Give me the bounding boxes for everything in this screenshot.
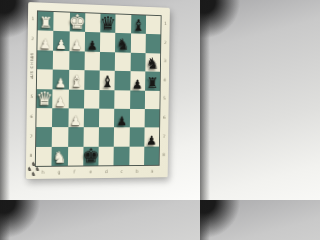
square: [84, 70, 100, 89]
square: ♜: [38, 11, 54, 31]
square: [84, 89, 100, 108]
black-rook: ♜: [146, 76, 158, 91]
square: [100, 33, 116, 52]
rank-label: 4: [31, 76, 34, 81]
rank-label: 2: [31, 37, 34, 42]
square: ♝: [131, 15, 146, 34]
rank-label: 8: [30, 154, 33, 159]
square: [99, 90, 115, 109]
square: ♞: [145, 53, 160, 72]
knight-emblem-icon: ♞ ♞ ♞ ♞: [27, 161, 41, 177]
knight-glyph: ♞: [31, 171, 36, 177]
square: ♝: [99, 71, 115, 90]
rank-label: 3: [31, 56, 34, 61]
square: ♟: [130, 71, 145, 90]
black-pawn: ♟: [146, 134, 157, 147]
square: ♟: [144, 128, 159, 147]
rank-label: 6: [163, 116, 166, 120]
square: [68, 89, 84, 108]
rank-label: 5: [30, 95, 33, 100]
file-label: b: [136, 170, 139, 174]
square: [130, 90, 145, 109]
white-rook: ♜: [39, 16, 52, 31]
square: [129, 146, 144, 165]
file-label: f: [74, 171, 76, 175]
square: [114, 90, 129, 109]
square: [115, 14, 130, 33]
square: ♟: [69, 32, 85, 52]
square: [37, 50, 53, 70]
square: [114, 128, 129, 147]
square: ♟: [68, 108, 84, 127]
square: [98, 146, 114, 165]
file-label: e: [89, 170, 92, 174]
file-label: d: [105, 170, 108, 174]
white-pawn: ♟: [40, 37, 52, 50]
file-labels-bottom: [28, 2, 170, 8]
square: [129, 128, 144, 147]
white-king: ♚: [68, 12, 85, 32]
white-pawn: ♟: [70, 115, 81, 128]
black-pawn: ♟: [116, 115, 127, 128]
square: ♟: [85, 32, 101, 51]
square: [69, 51, 85, 70]
square: [83, 127, 99, 146]
rank-label: 7: [163, 135, 166, 139]
black-queen: ♛: [100, 14, 116, 33]
white-pawn: ♟: [55, 76, 66, 89]
square: [37, 69, 53, 89]
white-queen: ♛: [36, 89, 53, 108]
square: [129, 109, 144, 128]
black-knight: ♞: [116, 37, 130, 53]
chess-board: ♜♚♛♝♟♟♟♟♞♞♟♝♝♟♜♛♟♟♟♟♞♚ US CHESS ♞ ♞ ♞ ♞ …: [26, 2, 170, 179]
square: [84, 108, 100, 127]
white-pawn: ♟: [56, 38, 67, 51]
rank-label: 1: [164, 22, 167, 26]
square: [115, 52, 130, 71]
black-bishop: ♝: [132, 18, 145, 34]
square: ♟: [53, 70, 69, 89]
file-label: a: [151, 170, 154, 174]
rank-labels-right: [28, 2, 170, 8]
square: [146, 16, 161, 35]
file-label: g: [58, 171, 61, 175]
square: [52, 127, 68, 146]
square: [130, 52, 145, 71]
black-pawn: ♟: [132, 77, 143, 90]
square: [145, 34, 160, 53]
black-king: ♚: [82, 146, 99, 166]
square: ♚: [83, 146, 99, 165]
square: [145, 90, 160, 109]
square: [115, 71, 130, 90]
white-pawn: ♟: [55, 95, 66, 108]
square: ♟: [114, 109, 129, 128]
square: [144, 109, 159, 128]
square: [100, 52, 116, 71]
square: ♞: [115, 33, 130, 52]
square: [68, 127, 84, 146]
rank-label: 2: [164, 41, 167, 45]
square: [53, 50, 69, 70]
square: [67, 146, 83, 165]
square: [84, 51, 100, 70]
square: ♛: [100, 14, 116, 33]
square: [144, 146, 159, 165]
square: [36, 108, 52, 127]
file-label: h: [42, 171, 45, 176]
black-bishop: ♝: [100, 74, 114, 90]
rank-label: 3: [164, 60, 167, 64]
black-knight: ♞: [146, 56, 159, 72]
white-bishop: ♝: [69, 73, 83, 89]
square: ♟: [53, 31, 69, 51]
square: ♚: [69, 13, 85, 33]
playing-grid: ♜♚♛♝♟♟♟♟♞♞♟♝♝♟♜♛♟♟♟♟♞♚: [35, 10, 162, 167]
rank-labels-left: [28, 2, 170, 8]
white-pawn: ♟: [71, 38, 82, 51]
rank-label: 1: [31, 17, 34, 22]
square: [130, 34, 145, 53]
square: ♛: [37, 89, 53, 108]
square: [52, 108, 68, 127]
square: ♟: [52, 89, 68, 108]
black-pawn: ♟: [87, 39, 98, 52]
square: [99, 127, 115, 146]
rank-label: 8: [162, 153, 165, 157]
square: [36, 127, 52, 146]
file-label: c: [120, 170, 122, 174]
rank-label: 6: [30, 115, 33, 120]
square: ♜: [145, 72, 160, 91]
square: [114, 146, 129, 165]
square: ♞: [52, 147, 68, 166]
rank-label: 5: [163, 97, 166, 101]
square: ♝: [68, 70, 84, 89]
square: [54, 12, 70, 32]
photo-scene: ♜♚♛♝♟♟♟♟♞♞♟♝♝♟♜♛♟♟♟♟♞♚ US CHESS ♞ ♞ ♞ ♞ …: [0, 0, 200, 200]
rank-label: 7: [30, 135, 33, 139]
white-knight: ♞: [53, 150, 67, 166]
rank-label: 4: [163, 78, 166, 82]
square: ♟: [37, 31, 53, 51]
square: [85, 13, 101, 33]
square: [99, 109, 115, 128]
